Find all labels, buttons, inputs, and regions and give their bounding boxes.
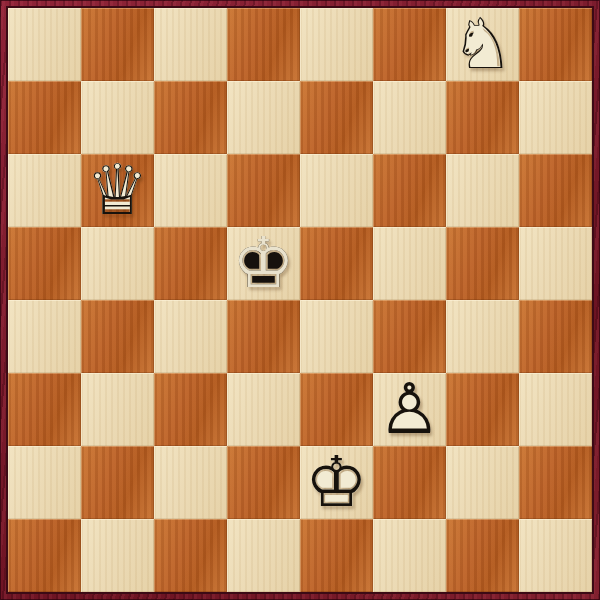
square-b3[interactable] bbox=[81, 373, 154, 446]
white-queen-outline: ♕ bbox=[81, 154, 154, 227]
black-king-outline: ♔ bbox=[227, 227, 300, 300]
square-f4[interactable] bbox=[373, 300, 446, 373]
square-f1[interactable] bbox=[373, 519, 446, 592]
square-h1[interactable] bbox=[519, 519, 592, 592]
square-g3[interactable] bbox=[446, 373, 519, 446]
white-pawn-outline: ♙ bbox=[373, 373, 446, 446]
square-c1[interactable] bbox=[154, 519, 227, 592]
square-a2[interactable] bbox=[8, 446, 81, 519]
piece-white-knight-g8[interactable]: ♞♘ bbox=[446, 8, 519, 81]
square-b5[interactable] bbox=[81, 227, 154, 300]
square-g7[interactable] bbox=[446, 81, 519, 154]
square-c8[interactable] bbox=[154, 8, 227, 81]
square-g5[interactable] bbox=[446, 227, 519, 300]
piece-black-king-d5[interactable]: ♚♔ bbox=[227, 227, 300, 300]
square-a3[interactable] bbox=[8, 373, 81, 446]
square-b4[interactable] bbox=[81, 300, 154, 373]
square-g2[interactable] bbox=[446, 446, 519, 519]
square-g1[interactable] bbox=[446, 519, 519, 592]
piece-white-queen-b6[interactable]: ♛♕ bbox=[81, 154, 154, 227]
square-e6[interactable] bbox=[300, 154, 373, 227]
square-f6[interactable] bbox=[373, 154, 446, 227]
square-d4[interactable] bbox=[227, 300, 300, 373]
square-h3[interactable] bbox=[519, 373, 592, 446]
square-a5[interactable] bbox=[8, 227, 81, 300]
square-e8[interactable] bbox=[300, 8, 373, 81]
square-f3[interactable]: ♟♙ bbox=[373, 373, 446, 446]
square-e3[interactable] bbox=[300, 373, 373, 446]
piece-white-king-e2[interactable]: ♚♔ bbox=[300, 446, 373, 519]
square-b7[interactable] bbox=[81, 81, 154, 154]
square-c5[interactable] bbox=[154, 227, 227, 300]
square-d7[interactable] bbox=[227, 81, 300, 154]
piece-white-pawn-f3[interactable]: ♟♙ bbox=[373, 373, 446, 446]
square-h6[interactable] bbox=[519, 154, 592, 227]
square-e2[interactable]: ♚♔ bbox=[300, 446, 373, 519]
square-a1[interactable] bbox=[8, 519, 81, 592]
square-b1[interactable] bbox=[81, 519, 154, 592]
square-h8[interactable] bbox=[519, 8, 592, 81]
square-e4[interactable] bbox=[300, 300, 373, 373]
white-king-outline: ♔ bbox=[300, 446, 373, 519]
square-d5[interactable]: ♚♔ bbox=[227, 227, 300, 300]
square-e5[interactable] bbox=[300, 227, 373, 300]
square-h5[interactable] bbox=[519, 227, 592, 300]
square-a4[interactable] bbox=[8, 300, 81, 373]
square-c6[interactable] bbox=[154, 154, 227, 227]
square-e1[interactable] bbox=[300, 519, 373, 592]
square-g8[interactable]: ♞♘ bbox=[446, 8, 519, 81]
square-h7[interactable] bbox=[519, 81, 592, 154]
square-b2[interactable] bbox=[81, 446, 154, 519]
square-c7[interactable] bbox=[154, 81, 227, 154]
square-f2[interactable] bbox=[373, 446, 446, 519]
square-h4[interactable] bbox=[519, 300, 592, 373]
square-d6[interactable] bbox=[227, 154, 300, 227]
square-f7[interactable] bbox=[373, 81, 446, 154]
square-g4[interactable] bbox=[446, 300, 519, 373]
square-e7[interactable] bbox=[300, 81, 373, 154]
square-c3[interactable] bbox=[154, 373, 227, 446]
white-knight-outline: ♘ bbox=[446, 8, 519, 81]
square-d3[interactable] bbox=[227, 373, 300, 446]
square-f5[interactable] bbox=[373, 227, 446, 300]
square-b6[interactable]: ♛♕ bbox=[81, 154, 154, 227]
square-a6[interactable] bbox=[8, 154, 81, 227]
square-d8[interactable] bbox=[227, 8, 300, 81]
square-d2[interactable] bbox=[227, 446, 300, 519]
square-d1[interactable] bbox=[227, 519, 300, 592]
square-c2[interactable] bbox=[154, 446, 227, 519]
chess-board: ♞♘♛♕♚♔♟♙♚♔ bbox=[8, 8, 592, 592]
square-a8[interactable] bbox=[8, 8, 81, 81]
square-h2[interactable] bbox=[519, 446, 592, 519]
square-g6[interactable] bbox=[446, 154, 519, 227]
board-frame: ♞♘♛♕♚♔♟♙♚♔ bbox=[0, 0, 600, 600]
square-f8[interactable] bbox=[373, 8, 446, 81]
square-a7[interactable] bbox=[8, 81, 81, 154]
square-b8[interactable] bbox=[81, 8, 154, 81]
square-c4[interactable] bbox=[154, 300, 227, 373]
